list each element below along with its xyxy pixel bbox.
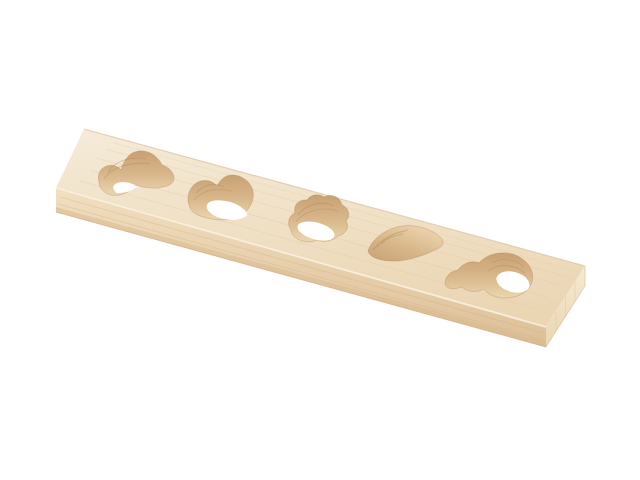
kashigata-mold-illustration [0,0,640,480]
product-photo-stage [0,0,640,480]
